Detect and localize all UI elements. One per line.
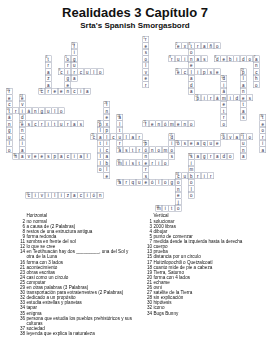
grid-cell[interactable]: o [253,82,260,89]
grid-cell[interactable]: o [175,205,182,212]
cell-number: 7 [254,56,256,59]
grid-cell[interactable]: e [65,82,72,89]
cell-number: 38 [156,205,159,208]
horizontal-clue-list: 2no normal6a causa de (2 Palabras)8resto… [17,219,137,336]
cell-number: 32 [189,153,192,156]
cell-number: 1 [143,36,145,39]
cell-number: 24 [221,134,224,137]
cell-number: 5 [65,56,67,59]
cell-number: 26 [98,121,101,124]
clue-text: en Teotihuacán hay dos _________, una de… [27,249,138,259]
grid-cell[interactable]: m [188,166,195,173]
cell-number: 11 [176,69,179,72]
cell-number: 12 [39,88,42,91]
clue-number: 36 [17,315,25,325]
clue-number: 34 [144,310,152,315]
cell-number: 8 [169,56,171,59]
cell-number: 14 [195,95,198,98]
cell-number: 16 [7,108,10,111]
grid-cell[interactable]: e [214,140,221,147]
grid-cell[interactable]: u [71,62,78,69]
cell-number: 25 [91,134,94,137]
grid-cell[interactable]: o [214,43,221,50]
grid-cell[interactable]: s [240,114,247,121]
cell-number: 13 [20,95,23,98]
grid-cell[interactable]: a [84,88,91,95]
grid-cell[interactable]: o [188,192,195,199]
grid-cell[interactable]: v [19,101,26,108]
grid-cell[interactable]: o [247,134,254,141]
grid-cell[interactable]: s [143,173,150,180]
cell-number: 36 [117,179,120,182]
cell-number: 20 [7,88,10,91]
clue-number: 38 [17,331,25,336]
cell-number: 30 [260,114,263,117]
grid-cell[interactable]: d [19,114,26,121]
grid-cell[interactable]: a [19,147,26,154]
cell-number: 15 [221,75,224,78]
grid-cell[interactable]: a [260,147,267,154]
vertical-clues-title: Vertical [154,213,270,218]
horizontal-clues-column: Horizontal 2no normal6a causa de (2 Pala… [17,213,137,336]
cell-number: 10 [72,43,75,46]
cell-number: 28 [104,101,107,104]
grid-cell[interactable]: n [240,88,247,95]
grid-cell[interactable]: á [221,88,228,95]
cell-number: 35 [117,160,120,163]
clue-number: 14 [17,249,25,259]
grid-cell[interactable]: e [188,62,195,69]
grid-cell[interactable]: o [6,147,13,154]
grid-cell[interactable]: a [45,82,52,89]
cell-number: 27 [241,134,244,137]
grid-cell[interactable]: p [104,127,111,134]
cell-number: 3 [189,43,191,46]
clue-item: 38leyenda que explica la naturaleza [17,331,137,336]
grid-cell[interactable]: a [188,88,195,95]
grid-cell[interactable]: o [162,160,169,167]
clue-item: 34Bugs Bunny [144,310,269,315]
grid-cell[interactable]: o [58,108,65,115]
cell-number: 19 [241,69,244,72]
cell-number: 23 [20,121,23,124]
grid-cell[interactable]: s [169,153,176,160]
cell-number: 30 [13,153,16,156]
cell-number: 9 [59,69,61,72]
page-title: Realidades 3 Capítulo 7 [0,5,270,20]
vertical-clues-column: Vertical 1solucionar32000 libras4dibujar… [144,213,269,315]
grid-cell[interactable]: o [188,121,195,128]
grid-cell[interactable]: i [169,140,176,147]
crossword-board-wrapper: e2xt3rañod6ebidoa7r8uinasc9írculoe11clip… [6,36,267,212]
clue-item: 36persona que estudia los pueblos prehis… [17,315,137,325]
cell-number: 2 [176,43,178,46]
clue-text: persona que estudia los pueblos prehistó… [27,315,138,325]
horizontal-clues-title: Horizontal [27,213,138,218]
crossword-worksheet: { "header": { "title": "Realidades 3 Cap… [0,0,270,350]
grid-cell[interactable]: o [227,153,234,160]
crossword-grid: e2xt3rañod6ebidoa7r8uinasc9írculoe11clip… [6,36,267,212]
grid-cell[interactable]: a [240,153,247,160]
grid-cell[interactable]: l [84,153,91,160]
grid-cell[interactable]: o [188,49,195,56]
header: Realidades 3 Capítulo 7 Srta's Spanish S… [0,5,270,30]
cell-number: 37 [26,192,29,195]
page-subtitle: Srta's Spanish Smorgasbord [0,21,270,30]
cell-number: 21 [143,140,146,143]
grid-cell[interactable]: j [175,199,182,206]
cell-number: 6 [215,56,217,59]
grid-cell[interactable]: o [221,121,228,128]
grid-cell[interactable]: r [208,173,215,180]
cell-number: 21 [143,121,146,124]
grid-cell[interactable]: t [117,127,124,134]
grid-cell[interactable]: n [143,153,150,160]
vertical-clue-list: 1solucionar32000 libras4dibujar5punto de… [144,219,269,316]
cell-number: 33 [117,147,120,150]
clue-text: leyenda que explica la naturaleza [27,331,138,336]
cell-number: 29 [176,140,179,143]
cell-number: 4 [46,56,48,59]
grid-cell[interactable]: r [117,140,124,147]
clue-item: 14en Teotihuacán hay dos _________, una … [17,249,137,259]
clue-text: Bugs Bunny [154,310,270,315]
grid-cell[interactable]: c [6,101,13,108]
grid-cell[interactable]: s [201,56,208,63]
grid-cell[interactable]: a [71,75,78,82]
grid-cell[interactable]: e [104,173,111,180]
cell-number: 18 [117,114,120,117]
grid-cell[interactable]: s [247,95,254,102]
grid-cell[interactable]: p21 [143,140,150,147]
grid-cell[interactable]: r [143,82,150,89]
grid-cell[interactable]: n [97,192,104,199]
cell-number: 34 [176,173,179,176]
grid-cell[interactable]: o [97,69,104,76]
cell-number: 17 [169,134,172,137]
grid-cell[interactable]: s [78,121,85,128]
